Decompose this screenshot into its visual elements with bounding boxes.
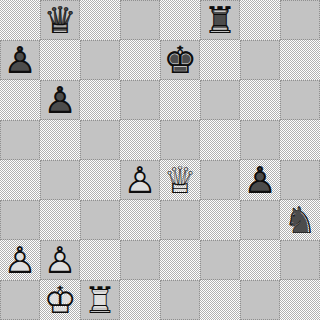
square-b7[interactable] [40, 40, 80, 80]
square-c8[interactable] [80, 0, 120, 40]
square-e7[interactable]: ♚♔ [160, 40, 200, 80]
square-b8[interactable]: ♛♕ [40, 0, 80, 40]
square-c4[interactable] [80, 160, 120, 200]
square-e4[interactable]: ♛♕ [160, 160, 200, 200]
square-b5[interactable] [40, 120, 80, 160]
square-d6[interactable] [120, 80, 160, 120]
square-h1[interactable] [280, 280, 320, 320]
rook-outline: ♖ [200, 0, 240, 40]
square-f7[interactable] [200, 40, 240, 80]
square-h7[interactable] [280, 40, 320, 80]
piece-white-pawn[interactable]: ♟♙ [120, 160, 160, 200]
square-b4[interactable] [40, 160, 80, 200]
square-f3[interactable] [200, 200, 240, 240]
piece-black-king[interactable]: ♚♔ [160, 40, 200, 80]
square-b2[interactable]: ♟♙ [40, 240, 80, 280]
square-f2[interactable] [200, 240, 240, 280]
pawn-outline: ♙ [240, 160, 280, 200]
square-e2[interactable] [160, 240, 200, 280]
square-e6[interactable] [160, 80, 200, 120]
square-g8[interactable] [240, 0, 280, 40]
square-a2[interactable]: ♟♙ [0, 240, 40, 280]
square-a1[interactable] [0, 280, 40, 320]
king-outline: ♔ [40, 280, 80, 320]
pawn-outline: ♙ [0, 40, 40, 80]
piece-white-pawn[interactable]: ♟♙ [40, 240, 80, 280]
square-h6[interactable] [280, 80, 320, 120]
square-c6[interactable] [80, 80, 120, 120]
pawn-outline: ♙ [40, 80, 80, 120]
piece-white-rook[interactable]: ♜♖ [80, 280, 120, 320]
square-g6[interactable] [240, 80, 280, 120]
square-a8[interactable] [0, 0, 40, 40]
queen-outline: ♕ [160, 160, 200, 200]
square-g2[interactable] [240, 240, 280, 280]
square-h2[interactable] [280, 240, 320, 280]
piece-black-pawn[interactable]: ♟♙ [240, 160, 280, 200]
pawn-outline: ♙ [0, 240, 40, 280]
square-a5[interactable] [0, 120, 40, 160]
square-b6[interactable]: ♟♙ [40, 80, 80, 120]
piece-black-rook[interactable]: ♜♖ [200, 0, 240, 40]
square-a6[interactable] [0, 80, 40, 120]
square-g1[interactable] [240, 280, 280, 320]
piece-black-knight[interactable]: ♞♘ [280, 200, 320, 240]
square-f5[interactable] [200, 120, 240, 160]
square-a4[interactable] [0, 160, 40, 200]
square-d5[interactable] [120, 120, 160, 160]
square-c7[interactable] [80, 40, 120, 80]
square-c5[interactable] [80, 120, 120, 160]
square-g7[interactable] [240, 40, 280, 80]
square-f1[interactable] [200, 280, 240, 320]
square-a3[interactable] [0, 200, 40, 240]
square-h5[interactable] [280, 120, 320, 160]
square-d1[interactable] [120, 280, 160, 320]
piece-black-pawn[interactable]: ♟♙ [40, 80, 80, 120]
square-f6[interactable] [200, 80, 240, 120]
rook-outline: ♖ [80, 280, 120, 320]
square-c1[interactable]: ♜♖ [80, 280, 120, 320]
square-b3[interactable] [40, 200, 80, 240]
square-c2[interactable] [80, 240, 120, 280]
square-d8[interactable] [120, 0, 160, 40]
piece-black-pawn[interactable]: ♟♙ [0, 40, 40, 80]
pawn-outline: ♙ [40, 240, 80, 280]
square-e3[interactable] [160, 200, 200, 240]
square-h4[interactable] [280, 160, 320, 200]
square-g3[interactable] [240, 200, 280, 240]
king-outline: ♔ [160, 40, 200, 80]
piece-black-queen[interactable]: ♛♕ [40, 0, 80, 40]
square-e8[interactable] [160, 0, 200, 40]
square-d4[interactable]: ♟♙ [120, 160, 160, 200]
square-h8[interactable] [280, 0, 320, 40]
chess-board: ♛♕♜♖♟♙♚♔♟♙♟♙♛♕♟♙♞♘♟♙♟♙♚♔♜♖ [0, 0, 320, 320]
square-b1[interactable]: ♚♔ [40, 280, 80, 320]
square-e5[interactable] [160, 120, 200, 160]
square-g4[interactable]: ♟♙ [240, 160, 280, 200]
square-a7[interactable]: ♟♙ [0, 40, 40, 80]
square-f8[interactable]: ♜♖ [200, 0, 240, 40]
piece-white-pawn[interactable]: ♟♙ [0, 240, 40, 280]
piece-white-queen[interactable]: ♛♕ [160, 160, 200, 200]
square-c3[interactable] [80, 200, 120, 240]
pawn-outline: ♙ [120, 160, 160, 200]
knight-outline: ♘ [280, 200, 320, 240]
square-g5[interactable] [240, 120, 280, 160]
square-e1[interactable] [160, 280, 200, 320]
square-d7[interactable] [120, 40, 160, 80]
square-d2[interactable] [120, 240, 160, 280]
square-d3[interactable] [120, 200, 160, 240]
square-h3[interactable]: ♞♘ [280, 200, 320, 240]
piece-white-king[interactable]: ♚♔ [40, 280, 80, 320]
queen-outline: ♕ [40, 0, 80, 40]
square-f4[interactable] [200, 160, 240, 200]
